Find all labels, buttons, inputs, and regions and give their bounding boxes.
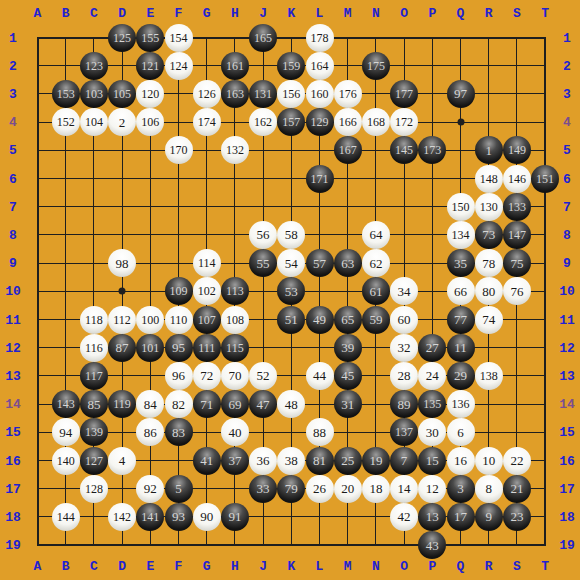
stone-black-43-P19[interactable]: 43 <box>418 531 446 559</box>
stone-white-88-L15[interactable]: 88 <box>306 418 334 446</box>
stone-black-127-C16[interactable]: 127 <box>80 447 108 475</box>
stone-black-165-J1[interactable]: 165 <box>249 24 277 52</box>
stone-black-47-J14[interactable]: 47 <box>249 390 277 418</box>
stone-black-65-M11[interactable]: 65 <box>334 306 362 334</box>
stone-black-79-K17[interactable]: 79 <box>277 475 305 503</box>
stone-black-17-Q18[interactable]: 17 <box>447 503 475 531</box>
stone-black-121-E2[interactable]: 121 <box>136 52 164 80</box>
stone-black-1-R5[interactable]: 1 <box>475 136 503 164</box>
stone-white-152-B4[interactable]: 152 <box>52 108 80 136</box>
stone-black-39-M12[interactable]: 39 <box>334 334 362 362</box>
stone-white-66-Q10[interactable]: 66 <box>447 277 475 305</box>
stone-white-2-D4[interactable]: 2 <box>108 108 136 136</box>
stone-white-140-B16[interactable]: 140 <box>52 447 80 475</box>
stone-white-178-L1[interactable]: 178 <box>306 24 334 52</box>
stone-black-111-G12[interactable]: 111 <box>193 334 221 362</box>
stone-black-157-K4[interactable]: 157 <box>277 108 305 136</box>
stone-white-150-Q7[interactable]: 150 <box>447 193 475 221</box>
stone-white-78-R9[interactable]: 78 <box>475 249 503 277</box>
stone-black-149-S5[interactable]: 149 <box>503 136 531 164</box>
stone-black-29-Q13[interactable]: 29 <box>447 362 475 390</box>
stone-white-176-M3[interactable]: 176 <box>334 80 362 108</box>
stone-white-130-R7[interactable]: 130 <box>475 193 503 221</box>
stone-black-153-B3[interactable]: 153 <box>52 80 80 108</box>
stone-white-168-N4[interactable]: 168 <box>362 108 390 136</box>
stone-black-9-R18[interactable]: 9 <box>475 503 503 531</box>
stone-black-91-H18[interactable]: 91 <box>221 503 249 531</box>
stone-black-81-L16[interactable]: 81 <box>306 447 334 475</box>
stone-black-107-G11[interactable]: 107 <box>193 306 221 334</box>
stone-white-98-D9[interactable]: 98 <box>108 249 136 277</box>
stone-white-44-L13[interactable]: 44 <box>306 362 334 390</box>
stone-white-54-K9[interactable]: 54 <box>277 249 305 277</box>
stone-white-60-O11[interactable]: 60 <box>390 306 418 334</box>
stone-white-138-R13[interactable]: 138 <box>475 362 503 390</box>
stone-black-105-D3[interactable]: 105 <box>108 80 136 108</box>
stone-white-72-G13[interactable]: 72 <box>193 362 221 390</box>
stone-black-177-O3[interactable]: 177 <box>390 80 418 108</box>
stone-black-125-D1[interactable]: 125 <box>108 24 136 52</box>
stone-white-162-J4[interactable]: 162 <box>249 108 277 136</box>
stone-black-35-Q9[interactable]: 35 <box>447 249 475 277</box>
stone-white-36-J16[interactable]: 36 <box>249 447 277 475</box>
stone-white-86-E15[interactable]: 86 <box>136 418 164 446</box>
stone-white-90-G18[interactable]: 90 <box>193 503 221 531</box>
stone-white-144-B18[interactable]: 144 <box>52 503 80 531</box>
stone-white-16-Q16[interactable]: 16 <box>447 447 475 475</box>
stone-white-128-C17[interactable]: 128 <box>80 475 108 503</box>
stone-white-166-M4[interactable]: 166 <box>334 108 362 136</box>
stone-white-58-K8[interactable]: 58 <box>277 221 305 249</box>
stone-white-92-E17[interactable]: 92 <box>136 475 164 503</box>
stone-white-10-R16[interactable]: 10 <box>475 447 503 475</box>
stone-white-114-G9[interactable]: 114 <box>193 249 221 277</box>
stone-black-21-S17[interactable]: 21 <box>503 475 531 503</box>
stone-white-120-E3[interactable]: 120 <box>136 80 164 108</box>
stone-white-26-L17[interactable]: 26 <box>306 475 334 503</box>
stone-white-104-C4[interactable]: 104 <box>80 108 108 136</box>
stone-white-42-O18[interactable]: 42 <box>390 503 418 531</box>
stone-white-74-R11[interactable]: 74 <box>475 306 503 334</box>
stone-black-49-L11[interactable]: 49 <box>306 306 334 334</box>
stone-black-53-K10[interactable]: 53 <box>277 277 305 305</box>
stone-white-38-K16[interactable]: 38 <box>277 447 305 475</box>
stone-white-124-F2[interactable]: 124 <box>165 52 193 80</box>
stone-white-170-F5[interactable]: 170 <box>165 136 193 164</box>
stone-black-133-S7[interactable]: 133 <box>503 193 531 221</box>
stone-black-23-S18[interactable]: 23 <box>503 503 531 531</box>
stone-black-13-P18[interactable]: 13 <box>418 503 446 531</box>
stone-black-57-L9[interactable]: 57 <box>306 249 334 277</box>
stone-black-167-M5[interactable]: 167 <box>334 136 362 164</box>
stone-white-62-N9[interactable]: 62 <box>362 249 390 277</box>
stone-white-4-D16[interactable]: 4 <box>108 447 136 475</box>
stone-white-76-S10[interactable]: 76 <box>503 277 531 305</box>
stone-white-80-R10[interactable]: 80 <box>475 277 503 305</box>
stone-black-97-Q3[interactable]: 97 <box>447 80 475 108</box>
stone-white-148-R6[interactable]: 148 <box>475 165 503 193</box>
stone-white-8-R17[interactable]: 8 <box>475 475 503 503</box>
stone-white-136-Q14[interactable]: 136 <box>447 390 475 418</box>
stone-black-163-H3[interactable]: 163 <box>221 80 249 108</box>
stone-white-106-E4[interactable]: 106 <box>136 108 164 136</box>
stone-black-115-H12[interactable]: 115 <box>221 334 249 362</box>
stone-black-113-H10[interactable]: 113 <box>221 277 249 305</box>
stone-white-52-J13[interactable]: 52 <box>249 362 277 390</box>
stone-black-117-C13[interactable]: 117 <box>80 362 108 390</box>
stone-white-34-O10[interactable]: 34 <box>390 277 418 305</box>
stone-white-18-N17[interactable]: 18 <box>362 475 390 503</box>
stone-black-77-Q11[interactable]: 77 <box>447 306 475 334</box>
stone-white-56-J8[interactable]: 56 <box>249 221 277 249</box>
stone-white-32-O12[interactable]: 32 <box>390 334 418 362</box>
stone-white-48-K14[interactable]: 48 <box>277 390 305 418</box>
stone-black-155-E1[interactable]: 155 <box>136 24 164 52</box>
stone-white-160-L3[interactable]: 160 <box>306 80 334 108</box>
stone-white-96-F13[interactable]: 96 <box>165 362 193 390</box>
stone-white-6-Q15[interactable]: 6 <box>447 418 475 446</box>
stone-black-19-N16[interactable]: 19 <box>362 447 390 475</box>
stone-black-41-G16[interactable]: 41 <box>193 447 221 475</box>
stone-black-11-Q12[interactable]: 11 <box>447 334 475 362</box>
stone-black-143-B14[interactable]: 143 <box>52 390 80 418</box>
stone-black-139-C15[interactable]: 139 <box>80 418 108 446</box>
stone-white-84-E14[interactable]: 84 <box>136 390 164 418</box>
stone-black-131-J3[interactable]: 131 <box>249 80 277 108</box>
stone-white-174-G4[interactable]: 174 <box>193 108 221 136</box>
stone-black-33-J17[interactable]: 33 <box>249 475 277 503</box>
stone-white-94-B15[interactable]: 94 <box>52 418 80 446</box>
stone-white-22-S16[interactable]: 22 <box>503 447 531 475</box>
stone-black-135-P14[interactable]: 135 <box>418 390 446 418</box>
stone-white-126-G3[interactable]: 126 <box>193 80 221 108</box>
stone-black-61-N10[interactable]: 61 <box>362 277 390 305</box>
stone-black-171-L6[interactable]: 171 <box>306 165 334 193</box>
stone-black-137-O15[interactable]: 137 <box>390 418 418 446</box>
stone-black-55-J9[interactable]: 55 <box>249 249 277 277</box>
stone-white-108-H11[interactable]: 108 <box>221 306 249 334</box>
stone-white-172-O4[interactable]: 172 <box>390 108 418 136</box>
stone-white-28-O13[interactable]: 28 <box>390 362 418 390</box>
stone-black-175-N2[interactable]: 175 <box>362 52 390 80</box>
stone-black-89-O14[interactable]: 89 <box>390 390 418 418</box>
stone-white-164-L2[interactable]: 164 <box>306 52 334 80</box>
stone-white-146-S6[interactable]: 146 <box>503 165 531 193</box>
stone-black-83-F15[interactable]: 83 <box>165 418 193 446</box>
stone-black-93-F18[interactable]: 93 <box>165 503 193 531</box>
stone-black-7-O16[interactable]: 7 <box>390 447 418 475</box>
stone-black-37-H16[interactable]: 37 <box>221 447 249 475</box>
stone-white-64-N8[interactable]: 64 <box>362 221 390 249</box>
stone-black-161-H2[interactable]: 161 <box>221 52 249 80</box>
stone-white-110-F11[interactable]: 110 <box>165 306 193 334</box>
go-board[interactable]: AABBCCDDEEFFGGHHJJKKLLMMNNOOPPQQRRSSTT11… <box>0 0 580 580</box>
stone-black-151-T6[interactable]: 151 <box>531 165 559 193</box>
stone-black-45-M13[interactable]: 45 <box>334 362 362 390</box>
stone-black-73-R8[interactable]: 73 <box>475 221 503 249</box>
stone-black-5-F17[interactable]: 5 <box>165 475 193 503</box>
stone-black-31-M14[interactable]: 31 <box>334 390 362 418</box>
stone-black-87-D12[interactable]: 87 <box>108 334 136 362</box>
stone-white-116-C12[interactable]: 116 <box>80 334 108 362</box>
stone-black-129-L4[interactable]: 129 <box>306 108 334 136</box>
stone-black-109-F10[interactable]: 109 <box>165 277 193 305</box>
stone-white-142-D18[interactable]: 142 <box>108 503 136 531</box>
stone-white-40-H15[interactable]: 40 <box>221 418 249 446</box>
stone-white-134-Q8[interactable]: 134 <box>447 221 475 249</box>
stone-black-159-K2[interactable]: 159 <box>277 52 305 80</box>
stone-white-100-E11[interactable]: 100 <box>136 306 164 334</box>
stone-black-95-F12[interactable]: 95 <box>165 334 193 362</box>
stone-black-75-S9[interactable]: 75 <box>503 249 531 277</box>
stone-white-112-D11[interactable]: 112 <box>108 306 136 334</box>
stone-black-69-H14[interactable]: 69 <box>221 390 249 418</box>
stone-black-63-M9[interactable]: 63 <box>334 249 362 277</box>
stone-black-85-C14[interactable]: 85 <box>80 390 108 418</box>
stone-black-145-O5[interactable]: 145 <box>390 136 418 164</box>
stone-white-12-P17[interactable]: 12 <box>418 475 446 503</box>
stone-white-30-P15[interactable]: 30 <box>418 418 446 446</box>
stone-white-14-O17[interactable]: 14 <box>390 475 418 503</box>
stone-white-132-H5[interactable]: 132 <box>221 136 249 164</box>
stone-white-70-H13[interactable]: 70 <box>221 362 249 390</box>
stone-black-123-C2[interactable]: 123 <box>80 52 108 80</box>
stone-white-82-F14[interactable]: 82 <box>165 390 193 418</box>
stone-black-59-N11[interactable]: 59 <box>362 306 390 334</box>
stone-black-71-G14[interactable]: 71 <box>193 390 221 418</box>
stone-white-156-K3[interactable]: 156 <box>277 80 305 108</box>
stone-black-147-S8[interactable]: 147 <box>503 221 531 249</box>
stone-black-25-M16[interactable]: 25 <box>334 447 362 475</box>
stones-layer: 1234567891011121314151617181920212223242… <box>0 0 580 580</box>
stone-black-101-E12[interactable]: 101 <box>136 334 164 362</box>
stone-black-173-P5[interactable]: 173 <box>418 136 446 164</box>
stone-white-102-G10[interactable]: 102 <box>193 277 221 305</box>
stone-white-118-C11[interactable]: 118 <box>80 306 108 334</box>
stone-white-154-F1[interactable]: 154 <box>165 24 193 52</box>
stone-black-15-P16[interactable]: 15 <box>418 447 446 475</box>
stone-white-24-P13[interactable]: 24 <box>418 362 446 390</box>
stone-black-51-K11[interactable]: 51 <box>277 306 305 334</box>
stone-black-3-Q17[interactable]: 3 <box>447 475 475 503</box>
stone-black-103-C3[interactable]: 103 <box>80 80 108 108</box>
stone-white-20-M17[interactable]: 20 <box>334 475 362 503</box>
stone-black-119-D14[interactable]: 119 <box>108 390 136 418</box>
stone-black-27-P12[interactable]: 27 <box>418 334 446 362</box>
stone-black-141-E18[interactable]: 141 <box>136 503 164 531</box>
